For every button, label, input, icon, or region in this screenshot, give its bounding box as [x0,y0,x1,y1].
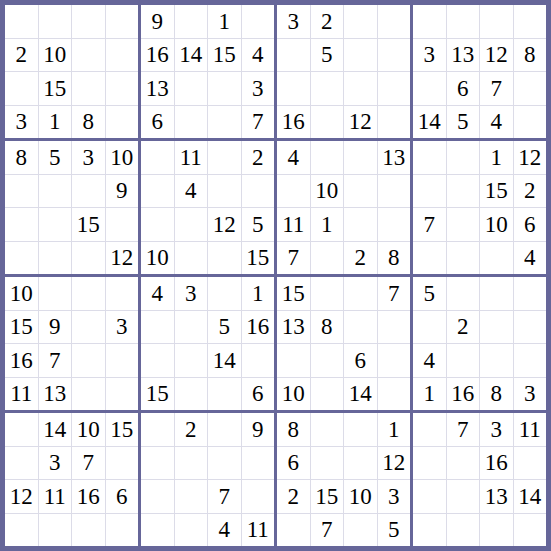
cell-r14c13[interactable] [413,447,446,480]
cell-r10c5[interactable] [141,311,174,344]
cell-r3c1[interactable] [5,72,38,105]
cell-r9c10[interactable] [311,277,344,310]
cell-r14c12: 12 [378,447,411,480]
cell-r7c8: 5 [242,208,275,241]
cell-r12c16: 3 [514,378,547,411]
cell-r13c2: 14 [39,413,72,446]
cell-r13c5[interactable] [141,413,174,446]
box-r2c3: 41310111728 [277,141,410,274]
cell-r12c2: 13 [39,378,72,411]
cell-r3c9[interactable] [277,72,310,105]
cell-r6c9[interactable] [277,175,310,208]
cell-r5c9: 4 [277,141,310,174]
cell-r1c9: 3 [277,5,310,38]
cell-r9c1: 10 [5,277,38,310]
cell-r13c11[interactable] [344,413,377,446]
cell-r11c6[interactable] [175,344,208,377]
box-r1c1: 21015318 [5,5,138,138]
cell-r16c14[interactable] [447,514,480,547]
cell-r8c10[interactable] [311,242,344,275]
cell-r3c6[interactable] [175,72,208,105]
cell-r6c11[interactable] [344,175,377,208]
cell-r8c2[interactable] [39,242,72,275]
cell-r15c6[interactable] [175,480,208,513]
cell-r4c3: 8 [72,106,105,139]
cell-r15c15: 13 [480,480,513,513]
cell-r10c8: 16 [242,311,275,344]
cell-r12c12[interactable] [378,378,411,411]
cell-r11c15[interactable] [480,344,513,377]
cell-r7c9: 11 [277,208,310,241]
cell-r12c5: 15 [141,378,174,411]
cell-r8c1[interactable] [5,242,38,275]
cell-r15c5[interactable] [141,480,174,513]
cell-r6c2[interactable] [39,175,72,208]
cell-r13c9: 8 [277,413,310,446]
cell-r13c8: 9 [242,413,275,446]
cell-r3c7[interactable] [208,72,241,105]
cell-r14c6[interactable] [175,447,208,480]
cell-r4c16[interactable] [514,106,547,139]
cell-r6c14[interactable] [447,175,480,208]
cell-r10c12[interactable] [378,311,411,344]
cell-r2c3[interactable] [72,39,105,72]
cell-r4c4[interactable] [106,106,139,139]
cell-r10c2: 9 [39,311,72,344]
cell-r15c10: 15 [311,480,344,513]
cell-r15c2: 11 [39,480,72,513]
cell-r16c5[interactable] [141,514,174,547]
cell-r8c3[interactable] [72,242,105,275]
cell-r3c10[interactable] [311,72,344,105]
cell-r16c16[interactable] [514,514,547,547]
cell-r12c13: 1 [413,378,446,411]
cell-r1c4[interactable] [106,5,139,38]
box-r1c4: 313128671454 [413,5,546,138]
cell-r11c11: 6 [344,344,377,377]
cell-r5c12: 13 [378,141,411,174]
cell-r16c6[interactable] [175,514,208,547]
cell-r12c11: 14 [344,378,377,411]
cell-r11c2: 7 [39,344,72,377]
cell-r3c15: 7 [480,72,513,105]
cell-r7c11[interactable] [344,208,377,241]
cell-r11c16[interactable] [514,344,547,377]
cell-r16c11[interactable] [344,514,377,547]
cell-r9c5: 4 [141,277,174,310]
cell-r16c12: 5 [378,514,411,547]
cell-r2c2: 10 [39,39,72,72]
cell-r5c11[interactable] [344,141,377,174]
cell-r10c10: 8 [311,311,344,344]
cell-r1c1[interactable] [5,5,38,38]
cell-r2c9[interactable] [277,39,310,72]
cell-r15c9: 2 [277,480,310,513]
cell-r6c8[interactable] [242,175,275,208]
cell-r1c15[interactable] [480,5,513,38]
cell-r1c3[interactable] [72,5,105,38]
cell-r7c6[interactable] [175,208,208,241]
cell-r2c13: 3 [413,39,446,72]
cell-r8c6[interactable] [175,242,208,275]
cell-r2c6: 14 [175,39,208,72]
cell-r9c4[interactable] [106,277,139,310]
cell-r6c3[interactable] [72,175,105,208]
cell-r5c5[interactable] [141,141,174,174]
cell-r2c8: 4 [242,39,275,72]
cell-r5c15: 1 [480,141,513,174]
cell-r5c10[interactable] [311,141,344,174]
cell-r15c13[interactable] [413,480,446,513]
cell-r5c2: 5 [39,141,72,174]
cell-r15c14[interactable] [447,480,480,513]
cell-r15c1: 12 [5,480,38,513]
cell-r13c14: 7 [447,413,480,446]
cell-r3c12[interactable] [378,72,411,105]
cell-r16c2[interactable] [39,514,72,547]
cell-r11c9[interactable] [277,344,310,377]
cell-r10c3[interactable] [72,311,105,344]
cell-r9c8: 1 [242,277,275,310]
cell-r6c10: 10 [311,175,344,208]
cell-r12c15: 8 [480,378,513,411]
cell-r13c12: 1 [378,413,411,446]
cell-r2c16: 8 [514,39,547,72]
cell-r1c13[interactable] [413,5,446,38]
cell-r5c16: 12 [514,141,547,174]
cell-r2c10: 5 [311,39,344,72]
cell-r4c2: 1 [39,106,72,139]
box-r2c1: 8531091512 [5,141,138,274]
cell-r7c5[interactable] [141,208,174,241]
cell-r4c14: 5 [447,106,480,139]
cell-r6c12[interactable] [378,175,411,208]
cell-r14c16[interactable] [514,447,547,480]
box-r2c2: 11241251015 [141,141,274,274]
cell-r8c9: 7 [277,242,310,275]
cell-r9c11[interactable] [344,277,377,310]
cell-r7c14[interactable] [447,208,480,241]
cell-r3c3[interactable] [72,72,105,105]
cell-r12c8: 6 [242,378,275,411]
box-r4c3: 8161221510375 [277,413,410,546]
cell-r5c1: 8 [5,141,38,174]
cell-r14c14[interactable] [447,447,480,480]
cell-r7c1[interactable] [5,208,38,241]
cell-r7c10: 1 [311,208,344,241]
box-r1c3: 3251612 [277,5,410,138]
cell-r12c9: 10 [277,378,310,411]
cell-r2c1: 2 [5,39,38,72]
cell-r9c14[interactable] [447,277,480,310]
cell-r13c3: 10 [72,413,105,446]
cell-r8c15[interactable] [480,242,513,275]
cell-r14c11[interactable] [344,447,377,480]
box-r1c2: 91161415413367 [141,5,274,138]
cell-r4c5: 6 [141,106,174,139]
cell-r7c12[interactable] [378,208,411,241]
cell-r1c16[interactable] [514,5,547,38]
cell-r10c9: 13 [277,311,310,344]
cell-r5c14[interactable] [447,141,480,174]
cell-r1c6[interactable] [175,5,208,38]
cell-r2c14: 13 [447,39,480,72]
cell-r4c12[interactable] [378,106,411,139]
cell-r11c14[interactable] [447,344,480,377]
cell-r5c4: 10 [106,141,139,174]
cell-r9c6: 3 [175,277,208,310]
cell-r3c16[interactable] [514,72,547,105]
cell-r13c4: 15 [106,413,139,446]
cell-r10c11[interactable] [344,311,377,344]
cell-r11c8[interactable] [242,344,275,377]
cell-r1c11[interactable] [344,5,377,38]
cell-r14c4[interactable] [106,447,139,480]
cell-r9c2[interactable] [39,277,72,310]
sudoku-board: 2101531891161415413367325161231312867145… [0,0,551,551]
cell-r10c7: 5 [208,311,241,344]
cell-r8c16: 4 [514,242,547,275]
cell-r16c8: 11 [242,514,275,547]
cell-r16c15[interactable] [480,514,513,547]
cell-r13c1[interactable] [5,413,38,446]
cell-r8c14[interactable] [447,242,480,275]
cell-r9c3[interactable] [72,277,105,310]
cell-r7c4[interactable] [106,208,139,241]
cell-r6c5[interactable] [141,175,174,208]
cell-r16c13[interactable] [413,514,446,547]
cell-r12c10[interactable] [311,378,344,411]
box-r2c4: 11215271064 [413,141,546,274]
cell-r1c8[interactable] [242,5,275,38]
cell-r16c9[interactable] [277,514,310,547]
cell-r7c15: 10 [480,208,513,241]
cell-r15c12: 3 [378,480,411,513]
cell-r8c12: 8 [378,242,411,275]
cell-r3c8: 3 [242,72,275,105]
cell-r4c8: 7 [242,106,275,139]
cell-r11c5[interactable] [141,344,174,377]
cell-r4c10[interactable] [311,106,344,139]
cell-r6c13[interactable] [413,175,446,208]
cell-r8c11: 2 [344,242,377,275]
cell-r13c6: 2 [175,413,208,446]
cell-r14c10[interactable] [311,447,344,480]
cell-r5c8: 2 [242,141,275,174]
box-r4c2: 297411 [141,413,274,546]
cell-r15c7: 7 [208,480,241,513]
cell-r4c6[interactable] [175,106,208,139]
cell-r16c10: 7 [311,514,344,547]
cell-r6c4: 9 [106,175,139,208]
cell-r14c7[interactable] [208,447,241,480]
cell-r10c4: 3 [106,311,139,344]
cell-r8c7[interactable] [208,242,241,275]
cell-r13c16: 11 [514,413,547,446]
cell-r11c12[interactable] [378,344,411,377]
cell-r16c4[interactable] [106,514,139,547]
cell-r5c6: 11 [175,141,208,174]
cell-r10c14: 2 [447,311,480,344]
cell-r7c3: 15 [72,208,105,241]
cell-r15c4: 6 [106,480,139,513]
cell-r5c3: 3 [72,141,105,174]
cell-r7c7: 12 [208,208,241,241]
cell-r7c16: 6 [514,208,547,241]
box-r3c1: 1015931671113 [5,277,138,410]
cell-r16c7: 4 [208,514,241,547]
cell-r14c8[interactable] [242,447,275,480]
cell-r16c3[interactable] [72,514,105,547]
cell-r12c14: 16 [447,378,480,411]
cell-r3c14: 6 [447,72,480,105]
cell-r11c7: 14 [208,344,241,377]
cell-r7c2[interactable] [39,208,72,241]
box-r3c4: 52411683 [413,277,546,410]
cell-r14c9: 6 [277,447,310,480]
cell-r6c7[interactable] [208,175,241,208]
cell-r9c9: 15 [277,277,310,310]
cell-r1c7: 1 [208,5,241,38]
cell-r1c5: 9 [141,5,174,38]
cell-r1c12[interactable] [378,5,411,38]
cell-r4c13: 14 [413,106,446,139]
cell-r11c10[interactable] [311,344,344,377]
cell-r9c15[interactable] [480,277,513,310]
cell-r16c1[interactable] [5,514,38,547]
cell-r8c4: 12 [106,242,139,275]
cell-r11c3[interactable] [72,344,105,377]
cell-r5c13[interactable] [413,141,446,174]
cell-r4c7[interactable] [208,106,241,139]
cell-r8c5: 10 [141,242,174,275]
cell-r14c15: 16 [480,447,513,480]
cell-r4c1: 3 [5,106,38,139]
cell-r10c1: 15 [5,311,38,344]
cell-r9c13: 5 [413,277,446,310]
cell-r4c11: 12 [344,106,377,139]
cell-r14c2: 3 [39,447,72,480]
cell-r2c15: 12 [480,39,513,72]
cell-r9c7[interactable] [208,277,241,310]
cell-r15c3: 16 [72,480,105,513]
cell-r2c12[interactable] [378,39,411,72]
box-r3c2: 43151614156 [141,277,274,410]
cell-r10c13[interactable] [413,311,446,344]
box-r4c4: 7311161314 [413,413,546,546]
cell-r1c10: 2 [311,5,344,38]
cell-r10c15[interactable] [480,311,513,344]
cell-r3c11[interactable] [344,72,377,105]
cell-r7c13: 7 [413,208,446,241]
cell-r1c2[interactable] [39,5,72,38]
cell-r6c15: 15 [480,175,513,208]
cell-r6c16: 2 [514,175,547,208]
cell-r12c6[interactable] [175,378,208,411]
cell-r2c4[interactable] [106,39,139,72]
cell-r13c15: 3 [480,413,513,446]
cell-r13c13[interactable] [413,413,446,446]
cell-r12c4[interactable] [106,378,139,411]
cell-r4c9: 16 [277,106,310,139]
cell-r15c16: 14 [514,480,547,513]
cell-r8c8: 15 [242,242,275,275]
cell-r15c11: 10 [344,480,377,513]
cell-r15c8[interactable] [242,480,275,513]
cell-r3c4[interactable] [106,72,139,105]
cell-r9c16[interactable] [514,277,547,310]
cell-r8c13[interactable] [413,242,446,275]
cell-r10c6[interactable] [175,311,208,344]
cell-r6c6: 4 [175,175,208,208]
cell-r6c1[interactable] [5,175,38,208]
cell-r12c1: 11 [5,378,38,411]
cell-r14c1[interactable] [5,447,38,480]
cell-r5c7[interactable] [208,141,241,174]
cell-r4c15: 4 [480,106,513,139]
cell-r1c14[interactable] [447,5,480,38]
cell-r11c13: 4 [413,344,446,377]
cell-r2c11[interactable] [344,39,377,72]
box-r3c3: 15713861014 [277,277,410,410]
cell-r11c1: 16 [5,344,38,377]
cell-r11c4[interactable] [106,344,139,377]
cell-r13c7[interactable] [208,413,241,446]
cell-r14c5[interactable] [141,447,174,480]
cell-r3c5: 13 [141,72,174,105]
cell-r3c2: 15 [39,72,72,105]
cell-r14c3: 7 [72,447,105,480]
cell-r2c5: 16 [141,39,174,72]
cell-r9c12: 7 [378,277,411,310]
cell-r12c3[interactable] [72,378,105,411]
cell-r2c7: 15 [208,39,241,72]
cell-r12c7[interactable] [208,378,241,411]
cell-r13c10[interactable] [311,413,344,446]
cell-r10c16[interactable] [514,311,547,344]
box-r4c1: 141015371211166 [5,413,138,546]
cell-r3c13[interactable] [413,72,446,105]
